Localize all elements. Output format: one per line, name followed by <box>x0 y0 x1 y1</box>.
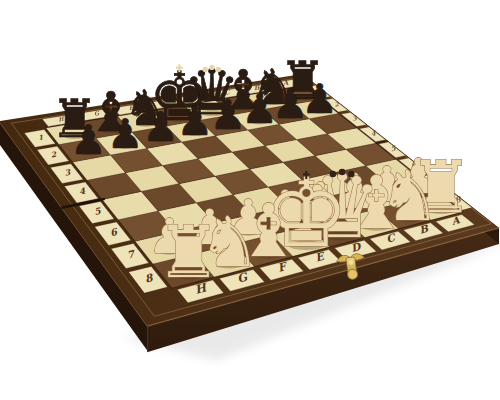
piece-black-pawn-f2[interactable]: ♟ <box>143 103 179 151</box>
svg-text:♟: ♟ <box>143 103 179 151</box>
piece-black-pawn-d2[interactable]: ♟ <box>210 91 246 139</box>
svg-text:♟: ♟ <box>210 91 246 139</box>
svg-text:♜: ♜ <box>156 210 221 294</box>
piece-black-pawn-g2[interactable]: ♟ <box>107 110 143 158</box>
piece-black-pawn-c2[interactable]: ♟ <box>241 85 277 133</box>
product-photo-chess-set: 1122334455667788HHGGFFEEDDCCBBAA♜♞♝♟♛♟♚♟… <box>0 0 500 400</box>
chess-board-photo: 1122334455667788HHGGFFEEDDCCBBAA♜♞♝♟♛♟♚♟… <box>0 0 500 400</box>
rank-label-right-4: 4 <box>370 129 376 138</box>
piece-white-rook-h8[interactable]: ♜ <box>156 210 221 294</box>
svg-text:♟: ♟ <box>70 116 106 164</box>
svg-text:♟: ♟ <box>177 97 213 145</box>
svg-text:♟: ♟ <box>241 85 277 133</box>
piece-black-pawn-h2[interactable]: ♟ <box>70 116 106 164</box>
svg-text:♟: ♟ <box>107 110 143 158</box>
piece-black-pawn-e2[interactable]: ♟ <box>177 97 213 145</box>
